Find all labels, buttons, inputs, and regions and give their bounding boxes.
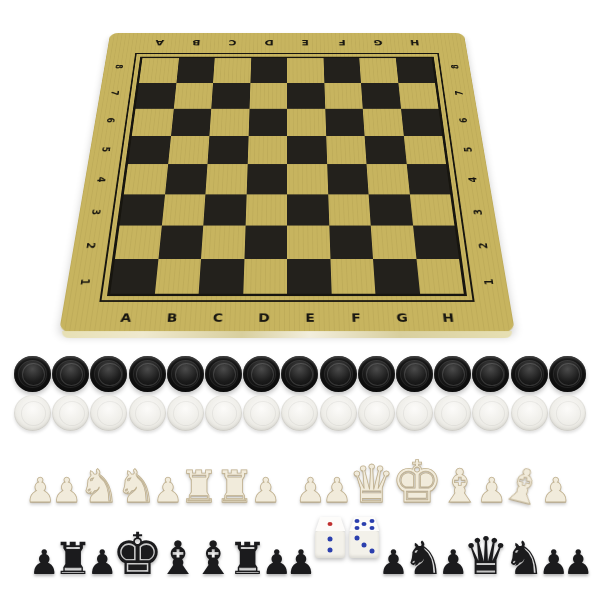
square-a1 — [110, 259, 158, 294]
die-pip — [369, 548, 374, 553]
checker-white[interactable] — [205, 395, 242, 431]
square-h5 — [403, 136, 446, 164]
square-f2 — [329, 226, 373, 259]
square-b2 — [158, 226, 203, 259]
black-pawn[interactable]: ♟ — [563, 545, 593, 579]
square-d7 — [249, 83, 287, 109]
checker-black[interactable] — [281, 356, 318, 392]
square-f5 — [326, 136, 367, 164]
square-f1 — [330, 259, 375, 294]
file-label-top-b: B — [177, 36, 215, 50]
square-d1 — [243, 259, 287, 294]
square-b5 — [168, 136, 210, 164]
file-label-bottom-a: A — [101, 307, 150, 329]
die-top-face — [315, 517, 345, 531]
square-g1 — [373, 259, 420, 294]
chess-board-3d-wrap: ABCDEFGH 87654321 87654321 ABCDEFGH — [59, 0, 515, 332]
file-label-bottom-c: C — [194, 307, 241, 329]
square-b8 — [176, 58, 215, 83]
square-a4 — [124, 164, 168, 194]
file-label-top-d: D — [250, 36, 287, 50]
checker-white[interactable] — [396, 395, 433, 431]
file-label-bottom-d: D — [241, 307, 287, 329]
die-top-face — [349, 517, 379, 531]
square-f4 — [327, 164, 369, 194]
square-b3 — [161, 194, 205, 225]
square-c8 — [213, 58, 251, 83]
checker-black[interactable] — [90, 356, 127, 392]
square-d6 — [248, 109, 287, 136]
file-label-top-c: C — [214, 36, 251, 50]
square-d5 — [247, 136, 287, 164]
file-label-bottom-f: F — [333, 307, 380, 329]
square-f7 — [324, 83, 363, 109]
die-1[interactable] — [315, 517, 345, 558]
square-c6 — [209, 109, 249, 136]
checker-white[interactable] — [243, 395, 280, 431]
die-pip — [362, 522, 367, 526]
die-pip — [354, 526, 359, 530]
file-label-bottom-e: E — [287, 307, 333, 329]
square-a8 — [139, 58, 179, 83]
square-g3 — [369, 194, 413, 225]
square-g8 — [359, 58, 398, 83]
checker-white[interactable] — [434, 395, 471, 431]
square-e4 — [287, 164, 328, 194]
file-label-top-e: E — [287, 36, 324, 50]
square-e1 — [287, 259, 331, 294]
square-e6 — [287, 109, 326, 136]
checker-white[interactable] — [320, 395, 357, 431]
square-h3 — [409, 194, 454, 225]
square-b7 — [173, 83, 213, 109]
white-checkers-row — [14, 395, 586, 433]
chess-board: ABCDEFGH 87654321 87654321 ABCDEFGH — [59, 33, 515, 332]
die-front-face — [349, 531, 379, 558]
checker-white[interactable] — [167, 395, 204, 431]
board-files-bottom: ABCDEFGH — [101, 307, 472, 329]
square-f3 — [328, 194, 371, 225]
checker-white[interactable] — [90, 395, 127, 431]
checker-black[interactable] — [52, 356, 89, 392]
square-c2 — [201, 226, 245, 259]
checker-black[interactable] — [205, 356, 242, 392]
square-a6 — [132, 109, 174, 136]
black-queen[interactable]: ♛ — [463, 530, 510, 582]
square-g6 — [363, 109, 404, 136]
square-c3 — [203, 194, 246, 225]
die-front-face — [315, 531, 345, 558]
square-h7 — [398, 83, 439, 109]
black-checkers-row — [14, 356, 586, 394]
square-a5 — [128, 136, 171, 164]
checker-black[interactable] — [434, 356, 471, 392]
die-2[interactable] — [349, 517, 379, 558]
square-e2 — [287, 226, 330, 259]
square-h4 — [406, 164, 450, 194]
board-inner-frame — [99, 53, 474, 302]
square-f6 — [325, 109, 365, 136]
checker-white[interactable] — [281, 395, 318, 431]
square-b6 — [171, 109, 212, 136]
square-a7 — [136, 83, 177, 109]
white-chess-pieces-row: ♟♟♞♞♟♜♜♟♟♟♛♚♝♟♝♟ — [28, 436, 568, 502]
die-pip — [354, 519, 359, 523]
file-label-top-h: H — [395, 36, 433, 50]
square-d4 — [246, 164, 287, 194]
black-pawn[interactable]: ♟ — [286, 545, 316, 579]
checker-black[interactable] — [167, 356, 204, 392]
square-b1 — [154, 259, 201, 294]
checker-black[interactable] — [511, 356, 548, 392]
square-h6 — [401, 109, 443, 136]
square-d8 — [250, 58, 287, 83]
product-photo-chess-set: ABCDEFGH 87654321 87654321 ABCDEFGH ♟♟♞♞… — [0, 0, 600, 600]
checker-black[interactable] — [129, 356, 166, 392]
checker-black[interactable] — [549, 356, 586, 392]
checker-black[interactable] — [472, 356, 509, 392]
square-c5 — [207, 136, 248, 164]
square-g4 — [367, 164, 410, 194]
checker-white[interactable] — [549, 395, 586, 431]
square-h1 — [416, 259, 464, 294]
checker-black[interactable] — [320, 356, 357, 392]
checker-white[interactable] — [52, 395, 89, 431]
square-c1 — [199, 259, 244, 294]
die-pip — [328, 536, 333, 541]
square-h2 — [413, 226, 459, 259]
board-files-top: ABCDEFGH — [140, 36, 433, 50]
file-label-top-g: G — [359, 36, 397, 50]
die-pip — [369, 526, 374, 530]
square-e5 — [287, 136, 327, 164]
square-c4 — [205, 164, 247, 194]
black-king[interactable]: ♚ — [111, 525, 163, 583]
square-f8 — [323, 58, 361, 83]
square-e8 — [287, 58, 324, 83]
die-pip — [328, 522, 333, 526]
die-pip — [328, 548, 333, 553]
checker-black[interactable] — [396, 356, 433, 392]
board-grid — [107, 57, 467, 296]
checker-white[interactable] — [14, 395, 51, 431]
die-pip — [369, 519, 374, 523]
checker-black[interactable] — [358, 356, 395, 392]
file-label-bottom-b: B — [148, 307, 196, 329]
die-pip — [355, 536, 360, 541]
checker-white[interactable] — [511, 395, 548, 431]
file-label-bottom-g: G — [378, 307, 426, 329]
square-d2 — [244, 226, 287, 259]
square-a2 — [115, 226, 161, 259]
square-e7 — [287, 83, 325, 109]
square-c7 — [211, 83, 250, 109]
black-chess-pieces-row: ♟♜♟♚♝♝♜♟♟♟♞♟♛♞♟♟ — [32, 500, 588, 574]
square-g5 — [365, 136, 407, 164]
square-g2 — [371, 226, 416, 259]
square-b4 — [165, 164, 208, 194]
checker-white[interactable] — [358, 395, 395, 431]
square-e3 — [287, 194, 329, 225]
square-a3 — [120, 194, 165, 225]
checker-black[interactable] — [14, 356, 51, 392]
die-pip — [362, 542, 367, 547]
square-d3 — [245, 194, 287, 225]
file-label-top-f: F — [323, 36, 360, 50]
file-label-top-a: A — [140, 36, 178, 50]
checker-black[interactable] — [243, 356, 280, 392]
file-label-bottom-h: H — [424, 307, 473, 329]
checker-white[interactable] — [472, 395, 509, 431]
square-h8 — [395, 58, 435, 83]
checker-white[interactable] — [129, 395, 166, 431]
square-g7 — [361, 83, 401, 109]
